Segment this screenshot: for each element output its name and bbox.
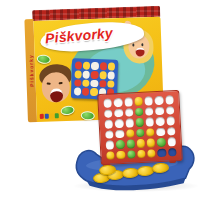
cell-r4c7[interactable] (167, 127, 176, 136)
art-grid-dot (99, 80, 106, 88)
cell-r1c2[interactable] (114, 98, 123, 107)
cell-r5c3[interactable] (126, 139, 135, 148)
art-grid-dot (83, 62, 90, 70)
cell-r2c2[interactable] (114, 108, 123, 117)
art-grid-dot (107, 80, 114, 88)
cell-r6c6[interactable] (158, 148, 167, 157)
art-grid-dot (99, 62, 106, 70)
cell-r3c3[interactable] (125, 118, 134, 127)
art-grid-dot (108, 62, 115, 70)
cell-r2c7[interactable] (166, 106, 175, 115)
art-grid-dot (82, 79, 89, 87)
art-grid-dot (75, 70, 82, 78)
art-grid-dot (83, 70, 90, 78)
cell-r5c7[interactable] (167, 137, 176, 146)
brand-logo-mark (50, 113, 54, 118)
art-grid-dot (91, 62, 98, 70)
brand-logo (40, 113, 59, 119)
cell-r6c1[interactable] (106, 151, 115, 160)
cell-r6c7[interactable] (168, 148, 177, 157)
connect-four-board (97, 90, 183, 165)
cell-r3c7[interactable] (166, 116, 175, 125)
cell-r1c7[interactable] (165, 95, 174, 104)
cell-r6c4[interactable] (137, 149, 146, 158)
cell-r3c5[interactable] (146, 117, 155, 126)
cell-r1c3[interactable] (124, 97, 133, 106)
cell-r1c5[interactable] (145, 96, 154, 105)
boy-eye (47, 82, 51, 84)
cell-r5c6[interactable] (157, 138, 166, 147)
cell-r2c1[interactable] (104, 109, 113, 118)
green-disc-art (60, 105, 75, 116)
cell-r6c5[interactable] (147, 149, 156, 158)
green-disc-art (81, 111, 96, 121)
art-grid-dot (99, 71, 106, 79)
cell-r3c6[interactable] (156, 117, 165, 126)
cell-r4c2[interactable] (115, 129, 124, 138)
art-grid-dot (91, 79, 98, 87)
cell-r6c3[interactable] (127, 150, 136, 159)
cell-r3c1[interactable] (105, 119, 114, 128)
green-disc-art (36, 54, 51, 65)
cell-r5c4[interactable] (136, 139, 145, 148)
box-side-title: Piškvorky (27, 54, 34, 87)
brand-logo-mark (55, 113, 59, 118)
art-grid-dot (107, 71, 114, 79)
cell-r2c6[interactable] (155, 106, 164, 115)
cell-r5c2[interactable] (116, 140, 125, 149)
girl-eye (141, 43, 143, 46)
cell-r4c4[interactable] (136, 128, 145, 137)
brand-logo-mark (45, 114, 49, 119)
cell-r2c3[interactable] (125, 108, 134, 117)
cell-r3c2[interactable] (115, 119, 124, 128)
cell-r1c6[interactable] (155, 96, 164, 105)
brand-logo-mark (40, 114, 44, 119)
art-grid-dot (75, 61, 82, 69)
cell-r4c3[interactable] (126, 129, 135, 138)
cell-r2c4[interactable] (135, 107, 144, 116)
cell-r4c1[interactable] (105, 130, 114, 139)
cell-r4c6[interactable] (156, 127, 165, 136)
cell-r5c1[interactable] (106, 140, 115, 149)
cell-r1c4[interactable] (134, 97, 143, 106)
girl-eye (132, 44, 134, 47)
art-grid-dot (91, 71, 98, 79)
art-grid-dot (74, 79, 81, 87)
cell-r5c5[interactable] (147, 138, 156, 147)
art-grid-dot (82, 88, 89, 96)
cell-r2c5[interactable] (145, 107, 154, 116)
cell-r4c5[interactable] (146, 128, 155, 137)
cell-r6c2[interactable] (116, 150, 125, 159)
boy-eye (59, 82, 63, 85)
art-grid-dot (74, 88, 81, 96)
cell-r1c1[interactable] (103, 98, 112, 107)
cell-r3c4[interactable] (135, 118, 144, 127)
